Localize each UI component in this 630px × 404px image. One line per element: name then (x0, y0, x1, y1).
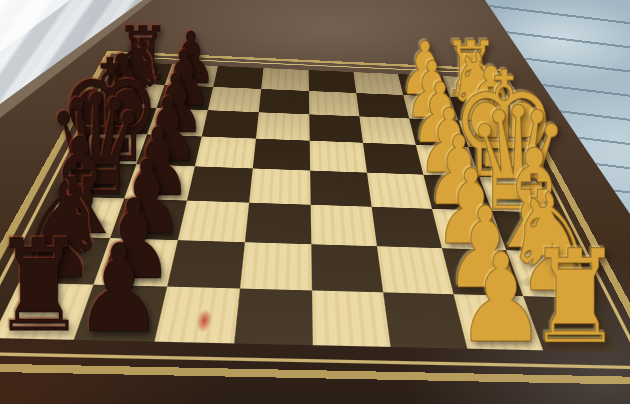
chess-photo-scene: ♜♞♝♛♚♝♞♜♟♟♟♟♟♟♟♟♟♟♟♟♟♟♟♟♜♞♝♛♚♝♞♜ (0, 0, 630, 404)
piece-black-pawn-a7[interactable]: ♟ (74, 229, 163, 350)
piece-black-rook-a8[interactable]: ♜ (0, 223, 86, 350)
piece-white-rook-a1[interactable]: ♜ (527, 233, 622, 363)
